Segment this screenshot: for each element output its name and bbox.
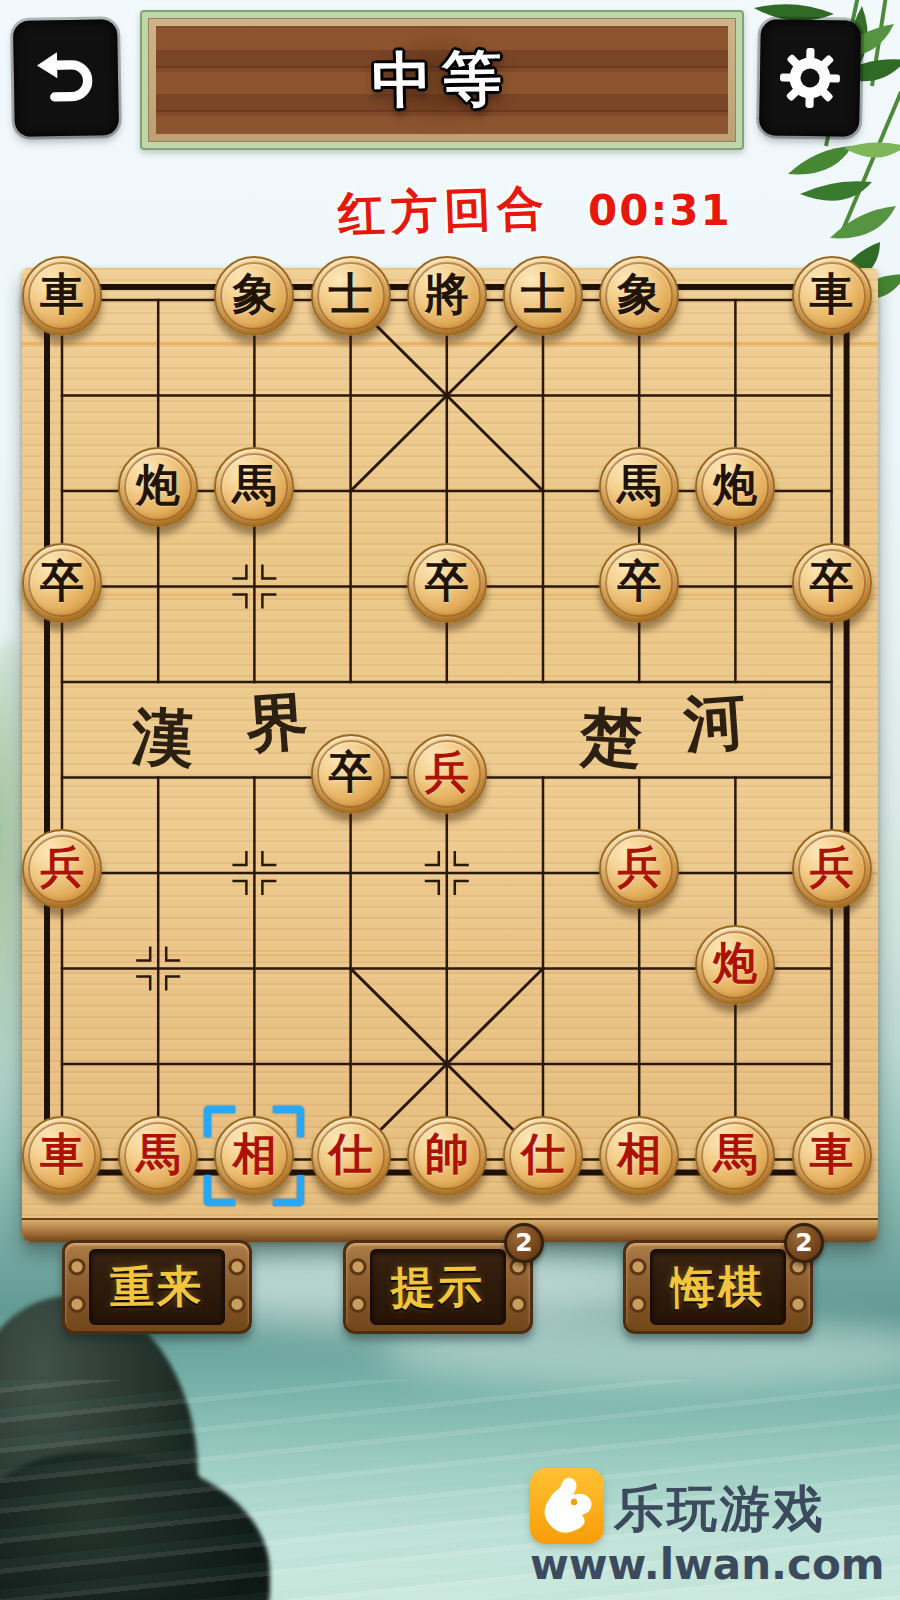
turn-indicator: 红方回合 (337, 176, 551, 246)
piece-black-象-20[interactable]: 象 (214, 256, 294, 336)
return-arrow-icon (29, 41, 102, 114)
piece-black-馬-22[interactable]: 馬 (214, 447, 294, 527)
piece-red-帥-49[interactable]: 帥 (407, 1116, 487, 1196)
piece-black-卒-63[interactable]: 卒 (599, 543, 679, 623)
piece-black-卒-03[interactable]: 卒 (22, 543, 102, 623)
brand-url: www.lwan.com (530, 1540, 885, 1589)
piece-black-炮-72[interactable]: 炮 (695, 447, 775, 527)
undo-button[interactable]: 悔棋 2 (623, 1240, 813, 1334)
piece-black-將-40[interactable]: 將 (407, 256, 487, 336)
gear-icon (775, 43, 844, 112)
piece-red-仕-39[interactable]: 仕 (311, 1116, 391, 1196)
piece-black-車-00[interactable]: 車 (22, 256, 102, 336)
brand-logo-icon (530, 1468, 604, 1544)
piece-black-卒-43[interactable]: 卒 (407, 543, 487, 623)
settings-button[interactable] (759, 19, 861, 137)
piece-red-兵-06[interactable]: 兵 (22, 829, 102, 909)
brand-name: 乐玩游戏 (614, 1476, 826, 1543)
pieces-layer: 車象士將士象車炮馬馬炮卒卒卒卒卒兵兵兵兵炮車馬相仕帥仕相馬車 (22, 268, 878, 1242)
undo-label: 悔棋 (670, 1257, 765, 1318)
undo-count-badge: 2 (784, 1223, 824, 1263)
piece-red-兵-86[interactable]: 兵 (792, 829, 872, 909)
piece-red-馬-79[interactable]: 馬 (695, 1116, 775, 1196)
piece-black-炮-12[interactable]: 炮 (118, 447, 198, 527)
piece-black-卒-35[interactable]: 卒 (311, 734, 391, 814)
piece-red-仕-59[interactable]: 仕 (503, 1116, 583, 1196)
piece-red-車-09[interactable]: 車 (22, 1116, 102, 1196)
xiangqi-board[interactable]: 漢界 楚河 車象士將士象車炮馬馬炮卒卒卒卒卒兵兵兵兵炮車馬相仕帥仕相馬車 (22, 268, 878, 1242)
piece-red-馬-19[interactable]: 馬 (118, 1116, 198, 1196)
piece-black-士-30[interactable]: 士 (311, 256, 391, 336)
hint-button-panel: 提示 (370, 1249, 506, 1325)
piece-black-馬-62[interactable]: 馬 (599, 447, 679, 527)
piece-black-士-50[interactable]: 士 (503, 256, 583, 336)
piece-red-相-29[interactable]: 相 (214, 1116, 294, 1196)
move-timer: 00:31 (588, 186, 732, 235)
restart-button-panel: 重来 (89, 1249, 225, 1325)
rabbit-gamepad-icon (530, 1468, 604, 1544)
piece-red-相-69[interactable]: 相 (599, 1116, 679, 1196)
piece-red-兵-45[interactable]: 兵 (407, 734, 487, 814)
hint-count-badge: 2 (504, 1223, 544, 1263)
hint-button[interactable]: 提示 2 (343, 1240, 533, 1334)
piece-black-車-80[interactable]: 車 (792, 256, 872, 336)
piece-red-車-89[interactable]: 車 (792, 1116, 872, 1196)
restart-button[interactable]: 重来 (62, 1240, 252, 1334)
piece-black-象-60[interactable]: 象 (599, 256, 679, 336)
piece-red-炮-77[interactable]: 炮 (695, 925, 775, 1005)
piece-black-卒-83[interactable]: 卒 (792, 543, 872, 623)
difficulty-banner: 中等 (140, 10, 744, 150)
piece-red-兵-66[interactable]: 兵 (599, 829, 679, 909)
restart-label: 重来 (109, 1257, 204, 1318)
difficulty-title: 中等 (141, 7, 743, 153)
undo-button-panel: 悔棋 (650, 1249, 786, 1325)
app-screen: 中等 红方回合 00:31 漢界 楚河 車象士將士象車炮馬馬炮卒卒卒卒卒兵兵兵兵… (0, 0, 900, 1600)
hint-label: 提示 (390, 1257, 485, 1318)
back-button[interactable] (13, 19, 119, 137)
